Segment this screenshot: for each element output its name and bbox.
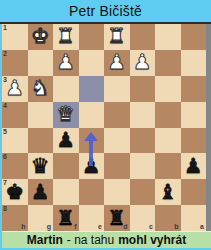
- square-f6[interactable]: [53, 153, 79, 179]
- square-c4[interactable]: [130, 102, 156, 128]
- square-h7[interactable]: 7♚: [2, 179, 28, 205]
- file-label-h: h: [21, 223, 25, 231]
- square-b7[interactable]: ♝: [155, 179, 181, 205]
- status-text: - na tahu: [67, 233, 114, 247]
- square-b8[interactable]: b: [155, 205, 181, 231]
- square-g1[interactable]: ♚: [28, 24, 54, 50]
- piece-white-pawn[interactable]: ♟: [56, 52, 75, 73]
- square-d4[interactable]: [104, 102, 130, 128]
- square-c3[interactable]: [130, 76, 156, 102]
- board-area: 1♚♜♜2♟♟♟3♟♞4♛5♟6♛♟♟7♚♟♝8hgf♜ed♜cba: [0, 24, 211, 231]
- square-b6[interactable]: [155, 153, 181, 179]
- square-e8[interactable]: e: [79, 205, 105, 231]
- piece-white-king[interactable]: ♚: [31, 26, 50, 47]
- square-c8[interactable]: c: [130, 205, 156, 231]
- square-d5[interactable]: [104, 128, 130, 154]
- square-a1[interactable]: [181, 24, 207, 50]
- file-label-c: c: [149, 223, 153, 231]
- file-label-f: f: [74, 223, 76, 231]
- title-bar: Petr Bičiště: [0, 0, 211, 22]
- square-d2[interactable]: ♟: [104, 50, 130, 76]
- piece-white-queen[interactable]: ♛: [56, 104, 75, 125]
- rank-label-5: 5: [3, 128, 7, 136]
- square-d8[interactable]: d♜: [104, 205, 130, 231]
- square-f5[interactable]: ♟: [53, 128, 79, 154]
- square-f8[interactable]: f♜: [53, 205, 79, 231]
- square-b4[interactable]: [155, 102, 181, 128]
- square-a3[interactable]: [181, 76, 207, 102]
- square-h5[interactable]: 5: [2, 128, 28, 154]
- square-h6[interactable]: 6: [2, 153, 28, 179]
- square-c6[interactable]: [130, 153, 156, 179]
- rank-label-8: 8: [3, 205, 7, 213]
- piece-black-rook[interactable]: ♜: [56, 208, 75, 229]
- square-f4[interactable]: ♛: [53, 102, 79, 128]
- square-f1[interactable]: ♜: [53, 24, 79, 50]
- square-g5[interactable]: [28, 128, 54, 154]
- square-g3[interactable]: ♞: [28, 76, 54, 102]
- rank-label-7: 7: [3, 179, 7, 187]
- status-bar: Martin - na tahu mohl vyhrát: [2, 231, 211, 248]
- rank-label-6: 6: [3, 153, 7, 161]
- piece-white-rook[interactable]: ♜: [56, 26, 75, 47]
- square-h3[interactable]: 3♟: [2, 76, 28, 102]
- file-label-e: e: [98, 223, 102, 231]
- square-h4[interactable]: 4: [2, 102, 28, 128]
- board-right-strip: [206, 24, 211, 231]
- chess-app-window: Petr Bičiště 1♚♜♜2♟♟♟3♟♞4♛5♟6♛♟♟7♚♟♝8hgf…: [0, 0, 211, 250]
- rank-label-4: 4: [3, 102, 7, 110]
- piece-white-pawn[interactable]: ♟: [133, 52, 152, 73]
- player-name: Martin: [27, 233, 63, 247]
- file-label-g: g: [47, 223, 51, 231]
- rank-label-2: 2: [3, 50, 7, 58]
- square-d6[interactable]: [104, 153, 130, 179]
- square-a8[interactable]: a: [181, 205, 207, 231]
- square-a6[interactable]: ♟: [181, 153, 207, 179]
- square-e2[interactable]: [79, 50, 105, 76]
- square-f7[interactable]: [53, 179, 79, 205]
- square-b5[interactable]: [155, 128, 181, 154]
- piece-black-pawn[interactable]: ♟: [31, 182, 50, 203]
- square-a4[interactable]: [181, 102, 207, 128]
- square-a2[interactable]: [181, 50, 207, 76]
- square-f2[interactable]: ♟: [53, 50, 79, 76]
- square-b2[interactable]: [155, 50, 181, 76]
- square-e1[interactable]: [79, 24, 105, 50]
- file-label-d: d: [123, 223, 127, 231]
- piece-black-king[interactable]: ♚: [5, 182, 24, 203]
- piece-black-pawn[interactable]: ♟: [184, 156, 203, 177]
- square-c5[interactable]: [130, 128, 156, 154]
- square-h8[interactable]: 8h: [2, 205, 28, 231]
- square-d3[interactable]: [104, 76, 130, 102]
- status-result: mohl vyhrát: [118, 233, 186, 247]
- piece-black-bishop[interactable]: ♝: [158, 182, 177, 203]
- rank-label-1: 1: [3, 24, 7, 32]
- chess-board[interactable]: 1♚♜♜2♟♟♟3♟♞4♛5♟6♛♟♟7♚♟♝8hgf♜ed♜cba: [2, 24, 206, 231]
- page-title: Petr Bičiště: [69, 3, 142, 19]
- square-g2[interactable]: [28, 50, 54, 76]
- square-c2[interactable]: ♟: [130, 50, 156, 76]
- square-b1[interactable]: [155, 24, 181, 50]
- square-a5[interactable]: [181, 128, 207, 154]
- engine-arrow-shaft: [89, 140, 93, 167]
- square-c7[interactable]: [130, 179, 156, 205]
- square-h1[interactable]: 1: [2, 24, 28, 50]
- square-g4[interactable]: [28, 102, 54, 128]
- square-h2[interactable]: 2: [2, 50, 28, 76]
- square-e4[interactable]: [79, 102, 105, 128]
- square-f3[interactable]: [53, 76, 79, 102]
- square-c1[interactable]: [130, 24, 156, 50]
- square-g8[interactable]: g: [28, 205, 54, 231]
- square-e3[interactable]: [79, 76, 105, 102]
- file-label-b: b: [174, 223, 178, 231]
- square-b3[interactable]: [155, 76, 181, 102]
- piece-black-queen[interactable]: ♛: [31, 156, 50, 177]
- square-e7[interactable]: [79, 179, 105, 205]
- square-a7[interactable]: [181, 179, 207, 205]
- rank-label-3: 3: [3, 76, 7, 84]
- piece-white-knight[interactable]: ♞: [31, 78, 50, 99]
- square-d1[interactable]: ♜: [104, 24, 130, 50]
- piece-black-pawn[interactable]: ♟: [56, 130, 75, 151]
- square-d7[interactable]: [104, 179, 130, 205]
- piece-white-rook[interactable]: ♜: [107, 26, 126, 47]
- piece-white-pawn[interactable]: ♟: [5, 78, 24, 99]
- file-label-a: a: [200, 223, 204, 231]
- square-g6[interactable]: ♛: [28, 153, 54, 179]
- square-g7[interactable]: ♟: [28, 179, 54, 205]
- piece-white-pawn[interactable]: ♟: [107, 52, 126, 73]
